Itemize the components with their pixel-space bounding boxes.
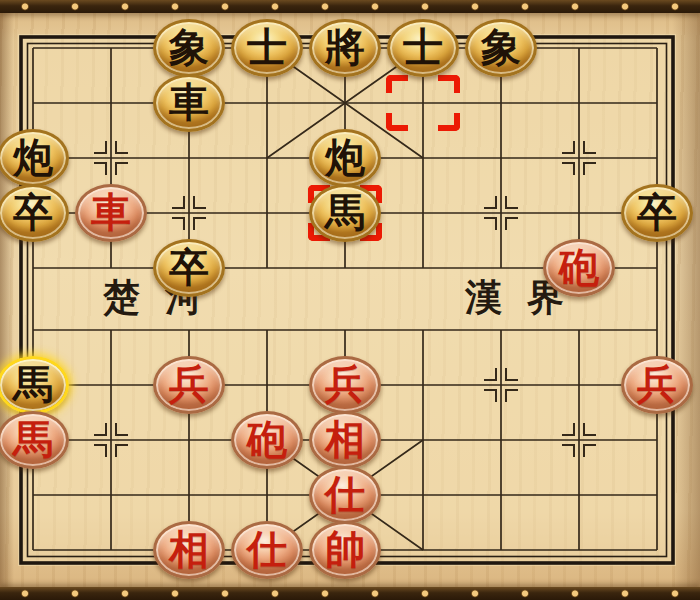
piece-red-soldier[interactable]: 兵 (621, 356, 693, 414)
piece-character: 卒 (637, 192, 677, 232)
piece-character: 象 (169, 27, 209, 67)
piece-red-soldier[interactable]: 兵 (309, 356, 381, 414)
piece-red-elephant[interactable]: 相 (153, 521, 225, 579)
piece-character: 砲 (559, 247, 599, 287)
last-move-from-marker (386, 75, 460, 131)
piece-red-cannon[interactable]: 砲 (231, 411, 303, 469)
piece-character: 砲 (247, 419, 287, 459)
bracket-corner (438, 113, 460, 131)
piece-character: 車 (91, 192, 131, 232)
piece-black-cannon[interactable]: 炮 (309, 129, 381, 187)
piece-red-chariot[interactable]: 車 (75, 184, 147, 242)
piece-character: 相 (325, 419, 365, 459)
piece-character: 馬 (13, 419, 53, 459)
piece-black-advisor[interactable]: 士 (231, 19, 303, 77)
piece-black-horse[interactable]: 馬 (0, 356, 69, 414)
piece-red-advisor[interactable]: 仕 (231, 521, 303, 579)
piece-black-general[interactable]: 將 (309, 19, 381, 77)
piece-character: 車 (169, 82, 209, 122)
piece-character: 相 (169, 529, 209, 569)
piece-black-elephant[interactable]: 象 (153, 19, 225, 77)
piece-character: 馬 (325, 192, 365, 232)
piece-character: 仕 (247, 529, 287, 569)
piece-red-horse[interactable]: 馬 (0, 411, 69, 469)
bracket-corner (438, 75, 460, 93)
piece-character: 馬 (13, 364, 53, 404)
piece-red-general[interactable]: 帥 (309, 521, 381, 579)
piece-black-soldier[interactable]: 卒 (153, 239, 225, 297)
piece-character: 兵 (169, 364, 209, 404)
piece-character: 象 (481, 27, 521, 67)
piece-red-advisor[interactable]: 仕 (309, 466, 381, 524)
bracket-corner (386, 113, 408, 131)
piece-character: 卒 (13, 192, 53, 232)
xiangqi-game-screen: 楚河 漢界 象士將士象車炮炮卒車馬卒卒砲馬兵兵兵馬砲相仕相仕帥 (0, 0, 700, 600)
piece-character: 卒 (169, 247, 209, 287)
piece-black-soldier[interactable]: 卒 (0, 184, 69, 242)
piece-character: 兵 (325, 364, 365, 404)
piece-character: 仕 (325, 474, 365, 514)
piece-character: 炮 (325, 137, 365, 177)
piece-character: 士 (247, 27, 287, 67)
piece-black-elephant[interactable]: 象 (465, 19, 537, 77)
piece-character: 帥 (325, 529, 365, 569)
piece-character: 兵 (637, 364, 677, 404)
piece-character: 炮 (13, 137, 53, 177)
bracket-corner (386, 75, 408, 93)
piece-red-soldier[interactable]: 兵 (153, 356, 225, 414)
piece-black-horse[interactable]: 馬 (309, 184, 381, 242)
piece-black-advisor[interactable]: 士 (387, 19, 459, 77)
piece-black-chariot[interactable]: 車 (153, 74, 225, 132)
piece-red-cannon[interactable]: 砲 (543, 239, 615, 297)
piece-black-cannon[interactable]: 炮 (0, 129, 69, 187)
piece-red-elephant[interactable]: 相 (309, 411, 381, 469)
piece-character: 將 (325, 27, 365, 67)
piece-black-soldier[interactable]: 卒 (621, 184, 693, 242)
piece-character: 士 (403, 27, 443, 67)
